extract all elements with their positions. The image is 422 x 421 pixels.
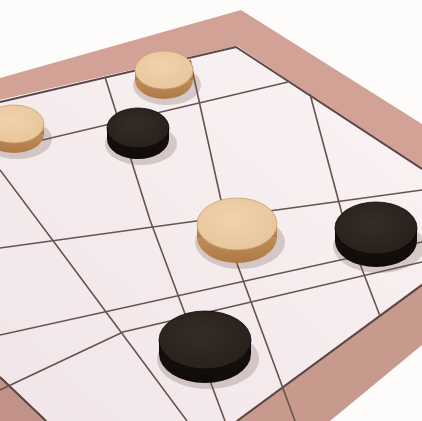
piece-dark[interactable] [333, 202, 422, 273]
disc-top [107, 108, 169, 148]
board-photo: Draughts-variant on a plain grid board (… [0, 0, 422, 421]
disc-top [159, 311, 251, 369]
disc-top [135, 51, 193, 89]
disc-top [335, 202, 417, 254]
disc-top [197, 198, 277, 250]
game-board [0, 0, 422, 421]
